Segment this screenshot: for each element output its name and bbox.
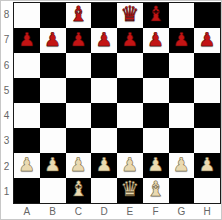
square-g1[interactable] [169,178,195,203]
square-a6[interactable] [14,53,40,78]
square-a1[interactable] [14,178,40,203]
file-label: D [91,204,117,218]
file-label: F [143,204,169,218]
square-g2[interactable]: ♟ [169,153,195,178]
square-a8[interactable] [14,3,40,28]
square-e6[interactable] [117,53,143,78]
piece-white-pawn: ♟ [70,155,87,174]
square-b2[interactable]: ♟ [40,153,66,178]
piece-white-pawn: ♟ [199,155,216,174]
rank-label: 8 [0,2,13,27]
piece-red-pawn: ♟ [44,30,61,49]
square-e5[interactable] [117,78,143,103]
square-g3[interactable] [169,128,195,153]
piece-white-pawn: ♟ [147,155,164,174]
square-g4[interactable] [169,103,195,128]
file-label: E [117,204,143,218]
chess-board: ♝♛♝♟♟♟♟♟♟♟♟♟♟♟♟♟♟♟♟♝♛♝ [13,2,221,204]
piece-red-pawn: ♟ [199,30,216,49]
square-e8[interactable]: ♛ [117,3,143,28]
square-d8[interactable] [91,3,117,28]
square-d3[interactable] [91,128,117,153]
square-h6[interactable] [194,53,220,78]
rank-label: 6 [0,53,13,78]
rank-label: 5 [0,78,13,103]
chess-diagram: 87654321 ♝♛♝♟♟♟♟♟♟♟♟♟♟♟♟♟♟♟♟♝♛♝ ABCDEFGH [0,0,222,220]
square-c6[interactable] [66,53,92,78]
square-e1[interactable]: ♛ [117,178,143,203]
square-c4[interactable] [66,103,92,128]
square-g6[interactable] [169,53,195,78]
rank-label: 2 [0,154,13,179]
square-c8[interactable]: ♝ [66,3,92,28]
file-label: C [66,204,92,218]
square-b8[interactable] [40,3,66,28]
square-f4[interactable] [143,103,169,128]
square-c5[interactable] [66,78,92,103]
piece-white-bishop: ♝ [146,179,165,200]
rank-label: 1 [0,179,13,204]
rank-label: 4 [0,103,13,128]
square-b4[interactable] [40,103,66,128]
piece-white-queen: ♛ [120,179,139,200]
square-f1[interactable]: ♝ [143,178,169,203]
square-h8[interactable] [194,3,220,28]
rank-label: 7 [0,27,13,52]
piece-red-pawn: ♟ [96,30,113,49]
piece-red-pawn: ♟ [173,30,190,49]
square-d7[interactable]: ♟ [91,28,117,53]
square-d1[interactable] [91,178,117,203]
square-c3[interactable] [66,128,92,153]
piece-red-bishop: ♝ [69,4,88,25]
square-h7[interactable]: ♟ [194,28,220,53]
square-h1[interactable] [194,178,220,203]
piece-white-pawn: ♟ [44,155,61,174]
square-a7[interactable]: ♟ [14,28,40,53]
square-h2[interactable]: ♟ [194,153,220,178]
piece-red-pawn: ♟ [121,30,138,49]
square-e2[interactable]: ♟ [117,153,143,178]
piece-white-bishop: ♝ [69,179,88,200]
square-b1[interactable] [40,178,66,203]
square-d6[interactable] [91,53,117,78]
piece-red-pawn: ♟ [18,30,35,49]
piece-red-pawn: ♟ [70,30,87,49]
square-d4[interactable] [91,103,117,128]
square-f8[interactable]: ♝ [143,3,169,28]
square-e4[interactable] [117,103,143,128]
file-labels: ABCDEFGH [14,204,220,218]
square-h3[interactable] [194,128,220,153]
piece-red-queen: ♛ [120,4,139,25]
square-a3[interactable] [14,128,40,153]
piece-white-pawn: ♟ [173,155,190,174]
square-d2[interactable]: ♟ [91,153,117,178]
piece-white-pawn: ♟ [96,155,113,174]
square-h5[interactable] [194,78,220,103]
square-c7[interactable]: ♟ [66,28,92,53]
square-a5[interactable] [14,78,40,103]
square-f3[interactable] [143,128,169,153]
square-f2[interactable]: ♟ [143,153,169,178]
rank-label: 3 [0,128,13,153]
piece-white-pawn: ♟ [121,155,138,174]
square-b7[interactable]: ♟ [40,28,66,53]
square-a2[interactable]: ♟ [14,153,40,178]
square-f5[interactable] [143,78,169,103]
square-f6[interactable] [143,53,169,78]
square-g8[interactable] [169,3,195,28]
square-b6[interactable] [40,53,66,78]
file-label: H [194,204,220,218]
square-d5[interactable] [91,78,117,103]
square-a4[interactable] [14,103,40,128]
square-c2[interactable]: ♟ [66,153,92,178]
piece-white-pawn: ♟ [18,155,35,174]
square-e7[interactable]: ♟ [117,28,143,53]
square-b3[interactable] [40,128,66,153]
square-c1[interactable]: ♝ [66,178,92,203]
square-h4[interactable] [194,103,220,128]
piece-red-pawn: ♟ [147,30,164,49]
piece-red-bishop: ♝ [146,4,165,25]
square-g5[interactable] [169,78,195,103]
file-label: B [40,204,66,218]
square-b5[interactable] [40,78,66,103]
file-label: A [14,204,40,218]
square-g7[interactable]: ♟ [169,28,195,53]
square-e3[interactable] [117,128,143,153]
square-f7[interactable]: ♟ [143,28,169,53]
file-label: G [169,204,195,218]
rank-labels: 87654321 [0,2,13,204]
